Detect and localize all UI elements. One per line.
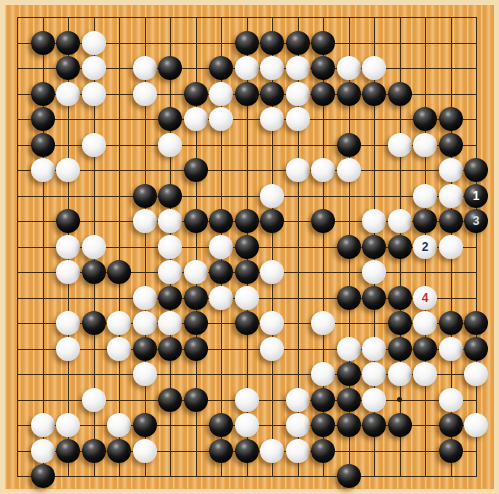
black-stone[interactable] <box>184 311 208 335</box>
white-stone[interactable] <box>107 413 131 437</box>
white-stone[interactable] <box>286 413 310 437</box>
white-stone[interactable] <box>260 311 284 335</box>
move-number-label: 4 <box>422 292 429 304</box>
black-stone[interactable] <box>388 337 412 361</box>
black-stone[interactable] <box>31 31 55 55</box>
black-stone[interactable] <box>235 439 259 463</box>
go-board-screenshot: 1324 <box>0 0 499 494</box>
white-stone[interactable] <box>337 337 361 361</box>
white-stone[interactable] <box>31 413 55 437</box>
black-stone[interactable] <box>56 56 80 80</box>
white-stone[interactable] <box>362 388 386 412</box>
white-stone[interactable] <box>362 260 386 284</box>
black-stone[interactable] <box>133 184 157 208</box>
black-stone[interactable] <box>413 337 437 361</box>
move-number-label: 2 <box>422 241 429 253</box>
white-stone[interactable] <box>464 362 488 386</box>
white-stone[interactable] <box>56 337 80 361</box>
white-stone[interactable] <box>235 286 259 310</box>
white-stone[interactable] <box>260 56 284 80</box>
black-stone[interactable] <box>184 388 208 412</box>
black-stone[interactable] <box>388 286 412 310</box>
white-stone[interactable] <box>362 209 386 233</box>
white-stone[interactable] <box>82 388 106 412</box>
black-stone[interactable] <box>464 158 488 182</box>
black-stone[interactable] <box>133 413 157 437</box>
white-stone[interactable] <box>286 388 310 412</box>
black-stone[interactable] <box>133 337 157 361</box>
black-stone[interactable] <box>413 107 437 131</box>
white-stone[interactable] <box>260 260 284 284</box>
black-stone[interactable] <box>158 107 182 131</box>
black-stone[interactable] <box>158 337 182 361</box>
white-stone[interactable] <box>184 260 208 284</box>
white-stone[interactable] <box>133 286 157 310</box>
white-stone[interactable] <box>56 82 80 106</box>
white-stone[interactable] <box>388 133 412 157</box>
white-stone[interactable] <box>311 311 335 335</box>
black-stone[interactable] <box>82 260 106 284</box>
black-stone[interactable] <box>311 413 335 437</box>
white-stone[interactable] <box>439 337 463 361</box>
white-stone[interactable] <box>209 107 233 131</box>
white-stone[interactable] <box>260 337 284 361</box>
black-stone[interactable] <box>311 439 335 463</box>
white-stone[interactable] <box>158 235 182 259</box>
black-stone[interactable] <box>31 107 55 131</box>
black-stone[interactable] <box>439 439 463 463</box>
white-stone[interactable] <box>362 337 386 361</box>
white-stone[interactable] <box>133 439 157 463</box>
white-stone[interactable] <box>235 388 259 412</box>
white-stone[interactable] <box>286 158 310 182</box>
black-stone[interactable] <box>235 31 259 55</box>
black-stone[interactable] <box>184 158 208 182</box>
white-stone[interactable] <box>464 413 488 437</box>
black-stone[interactable] <box>337 362 361 386</box>
white-stone[interactable] <box>439 388 463 412</box>
black-stone[interactable] <box>362 82 386 106</box>
white-stone[interactable] <box>82 82 106 106</box>
black-stone[interactable] <box>158 56 182 80</box>
grid-line-vertical <box>476 17 477 477</box>
black-stone[interactable] <box>31 82 55 106</box>
black-stone[interactable] <box>107 260 131 284</box>
white-stone[interactable] <box>439 235 463 259</box>
black-stone[interactable] <box>311 31 335 55</box>
black-stone[interactable] <box>235 235 259 259</box>
white-stone[interactable] <box>286 107 310 131</box>
black-stone[interactable] <box>56 31 80 55</box>
white-stone[interactable]: 2 <box>413 235 437 259</box>
black-stone[interactable] <box>439 107 463 131</box>
white-stone[interactable] <box>362 362 386 386</box>
white-stone[interactable] <box>209 82 233 106</box>
white-stone[interactable] <box>133 56 157 80</box>
white-stone[interactable] <box>31 439 55 463</box>
white-stone[interactable] <box>413 362 437 386</box>
black-stone[interactable]: 1 <box>464 184 488 208</box>
white-stone[interactable] <box>388 209 412 233</box>
black-stone[interactable] <box>337 388 361 412</box>
black-stone[interactable] <box>439 133 463 157</box>
black-stone[interactable] <box>56 209 80 233</box>
move-number-label: 1 <box>473 190 480 202</box>
black-stone[interactable] <box>311 82 335 106</box>
black-stone[interactable] <box>209 439 233 463</box>
white-stone[interactable] <box>82 133 106 157</box>
black-stone[interactable] <box>184 209 208 233</box>
white-stone[interactable]: 4 <box>413 286 437 310</box>
black-stone[interactable] <box>362 286 386 310</box>
black-stone[interactable] <box>388 311 412 335</box>
white-stone[interactable] <box>158 311 182 335</box>
black-stone[interactable]: 3 <box>464 209 488 233</box>
white-stone[interactable] <box>388 362 412 386</box>
black-stone[interactable] <box>209 260 233 284</box>
white-stone[interactable] <box>184 107 208 131</box>
white-stone[interactable] <box>235 413 259 437</box>
black-stone[interactable] <box>184 337 208 361</box>
black-stone[interactable] <box>286 31 310 55</box>
white-stone[interactable] <box>56 260 80 284</box>
white-stone[interactable] <box>260 184 284 208</box>
black-stone[interactable] <box>209 209 233 233</box>
white-stone[interactable] <box>413 311 437 335</box>
black-stone[interactable] <box>31 464 55 488</box>
white-stone[interactable] <box>235 56 259 80</box>
black-stone[interactable] <box>311 209 335 233</box>
white-stone[interactable] <box>107 337 131 361</box>
white-stone[interactable] <box>82 31 106 55</box>
white-stone[interactable] <box>311 158 335 182</box>
white-stone[interactable] <box>260 107 284 131</box>
black-stone[interactable] <box>209 413 233 437</box>
black-stone[interactable] <box>209 56 233 80</box>
white-stone[interactable] <box>413 133 437 157</box>
black-stone[interactable] <box>464 311 488 335</box>
white-stone[interactable] <box>260 439 284 463</box>
black-stone[interactable] <box>260 209 284 233</box>
black-stone[interactable] <box>311 388 335 412</box>
white-stone[interactable] <box>286 82 310 106</box>
black-stone[interactable] <box>235 311 259 335</box>
black-stone[interactable] <box>362 235 386 259</box>
star-point <box>397 397 402 402</box>
black-stone[interactable] <box>337 133 361 157</box>
black-stone[interactable] <box>464 337 488 361</box>
black-stone[interactable] <box>362 413 386 437</box>
white-stone[interactable] <box>413 184 437 208</box>
white-stone[interactable] <box>286 56 310 80</box>
black-stone[interactable] <box>337 413 361 437</box>
white-stone[interactable] <box>107 311 131 335</box>
white-stone[interactable] <box>209 286 233 310</box>
white-stone[interactable] <box>158 133 182 157</box>
white-stone[interactable] <box>439 184 463 208</box>
white-stone[interactable] <box>82 56 106 80</box>
white-stone[interactable] <box>209 235 233 259</box>
white-stone[interactable] <box>311 362 335 386</box>
black-stone[interactable] <box>439 209 463 233</box>
black-stone[interactable] <box>82 311 106 335</box>
black-stone[interactable] <box>388 235 412 259</box>
black-stone[interactable] <box>158 388 182 412</box>
black-stone[interactable] <box>56 439 80 463</box>
black-stone[interactable] <box>158 184 182 208</box>
black-stone[interactable] <box>184 82 208 106</box>
white-stone[interactable] <box>158 209 182 233</box>
black-stone[interactable] <box>31 133 55 157</box>
black-stone[interactable] <box>439 413 463 437</box>
move-number-label: 3 <box>473 215 480 227</box>
white-stone[interactable] <box>158 260 182 284</box>
black-stone[interactable] <box>388 82 412 106</box>
black-stone[interactable] <box>388 413 412 437</box>
black-stone[interactable] <box>439 311 463 335</box>
white-stone[interactable] <box>337 56 361 80</box>
black-stone[interactable] <box>260 31 284 55</box>
white-stone[interactable] <box>82 235 106 259</box>
white-stone[interactable] <box>31 158 55 182</box>
black-stone[interactable] <box>235 82 259 106</box>
grid-line-horizontal <box>17 476 477 477</box>
white-stone[interactable] <box>286 439 310 463</box>
white-stone[interactable] <box>337 158 361 182</box>
white-stone[interactable] <box>56 413 80 437</box>
white-stone[interactable] <box>133 82 157 106</box>
black-stone[interactable] <box>337 82 361 106</box>
white-stone[interactable] <box>56 158 80 182</box>
white-stone[interactable] <box>133 209 157 233</box>
white-stone[interactable] <box>56 311 80 335</box>
black-stone[interactable] <box>337 286 361 310</box>
black-stone[interactable] <box>158 286 182 310</box>
black-stone[interactable] <box>184 286 208 310</box>
black-stone[interactable] <box>337 235 361 259</box>
black-stone[interactable] <box>260 82 284 106</box>
black-stone[interactable] <box>107 439 131 463</box>
black-stone[interactable] <box>337 464 361 488</box>
white-stone[interactable] <box>56 235 80 259</box>
white-stone[interactable] <box>133 362 157 386</box>
black-stone[interactable] <box>311 56 335 80</box>
black-stone[interactable] <box>413 209 437 233</box>
white-stone[interactable] <box>439 158 463 182</box>
black-stone[interactable] <box>82 439 106 463</box>
white-stone[interactable] <box>362 56 386 80</box>
black-stone[interactable] <box>235 209 259 233</box>
black-stone[interactable] <box>235 260 259 284</box>
white-stone[interactable] <box>133 311 157 335</box>
